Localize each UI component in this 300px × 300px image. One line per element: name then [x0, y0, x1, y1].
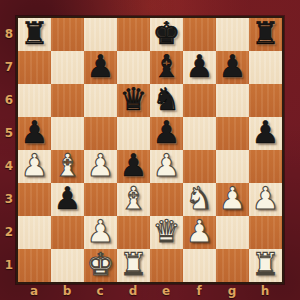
square-h6[interactable]	[249, 84, 282, 117]
square-e3[interactable]	[150, 183, 183, 216]
square-a5[interactable]: ♟	[18, 117, 51, 150]
square-a2[interactable]	[18, 216, 51, 249]
piece-black-pawn[interactable]: ♟	[120, 149, 148, 182]
rank-label-2: 2	[2, 225, 16, 239]
piece-black-rook[interactable]: ♜	[21, 17, 49, 50]
square-c2[interactable]: ♟	[84, 216, 117, 249]
piece-black-queen[interactable]: ♛	[120, 83, 148, 116]
square-f7[interactable]: ♟	[183, 51, 216, 84]
square-d3[interactable]: ♝	[117, 183, 150, 216]
square-h3[interactable]: ♟	[249, 183, 282, 216]
piece-black-pawn[interactable]: ♟	[252, 116, 280, 149]
piece-white-bishop[interactable]: ♝	[120, 182, 148, 215]
piece-black-king[interactable]: ♚	[153, 17, 181, 50]
square-c1[interactable]: ♚	[84, 249, 117, 282]
piece-white-pawn[interactable]: ♟	[87, 149, 115, 182]
square-a7[interactable]	[18, 51, 51, 84]
square-c8[interactable]	[84, 18, 117, 51]
rank-label-6: 6	[2, 93, 16, 107]
square-b4[interactable]: ♝	[51, 150, 84, 183]
square-b7[interactable]	[51, 51, 84, 84]
square-a1[interactable]	[18, 249, 51, 282]
piece-black-bishop[interactable]: ♝	[153, 50, 181, 83]
square-e2[interactable]: ♛	[150, 216, 183, 249]
square-h7[interactable]	[249, 51, 282, 84]
square-c7[interactable]: ♟	[84, 51, 117, 84]
square-d6[interactable]: ♛	[117, 84, 150, 117]
square-d5[interactable]	[117, 117, 150, 150]
piece-white-pawn[interactable]: ♟	[21, 149, 49, 182]
square-h5[interactable]: ♟	[249, 117, 282, 150]
square-f6[interactable]	[183, 84, 216, 117]
file-label-g: g	[225, 284, 239, 298]
rank-label-5: 5	[2, 126, 16, 140]
square-a8[interactable]: ♜	[18, 18, 51, 51]
square-e7[interactable]: ♝	[150, 51, 183, 84]
square-h1[interactable]: ♜	[249, 249, 282, 282]
piece-white-pawn[interactable]: ♟	[87, 215, 115, 248]
piece-black-pawn[interactable]: ♟	[219, 50, 247, 83]
square-c6[interactable]	[84, 84, 117, 117]
rank-label-7: 7	[2, 60, 16, 74]
square-f3[interactable]: ♞	[183, 183, 216, 216]
square-f2[interactable]: ♟	[183, 216, 216, 249]
rank-label-8: 8	[2, 27, 16, 41]
square-d7[interactable]	[117, 51, 150, 84]
square-b2[interactable]	[51, 216, 84, 249]
file-label-a: a	[27, 284, 41, 298]
square-c4[interactable]: ♟	[84, 150, 117, 183]
piece-black-knight[interactable]: ♞	[153, 83, 181, 116]
square-d2[interactable]	[117, 216, 150, 249]
file-label-c: c	[93, 284, 107, 298]
piece-white-rook[interactable]: ♜	[120, 248, 148, 281]
square-g5[interactable]	[216, 117, 249, 150]
square-g8[interactable]	[216, 18, 249, 51]
square-c5[interactable]	[84, 117, 117, 150]
piece-white-rook[interactable]: ♜	[252, 248, 280, 281]
square-g1[interactable]	[216, 249, 249, 282]
square-d1[interactable]: ♜	[117, 249, 150, 282]
square-e5[interactable]: ♟	[150, 117, 183, 150]
square-a3[interactable]	[18, 183, 51, 216]
square-h8[interactable]: ♜	[249, 18, 282, 51]
square-h2[interactable]	[249, 216, 282, 249]
chess-diagram: ♜♚♜♟♝♟♟♛♞♟♟♟♟♝♟♟♟♟♝♞♟♟♟♛♟♚♜♜ 87654321abc…	[0, 0, 300, 300]
square-c3[interactable]	[84, 183, 117, 216]
square-g3[interactable]: ♟	[216, 183, 249, 216]
piece-white-knight[interactable]: ♞	[186, 182, 214, 215]
file-label-f: f	[192, 284, 206, 298]
square-e1[interactable]	[150, 249, 183, 282]
square-g4[interactable]	[216, 150, 249, 183]
square-f5[interactable]	[183, 117, 216, 150]
piece-black-pawn[interactable]: ♟	[54, 182, 82, 215]
square-a6[interactable]	[18, 84, 51, 117]
square-d8[interactable]	[117, 18, 150, 51]
piece-white-pawn[interactable]: ♟	[219, 182, 247, 215]
piece-white-pawn[interactable]: ♟	[186, 215, 214, 248]
square-e8[interactable]: ♚	[150, 18, 183, 51]
square-e6[interactable]: ♞	[150, 84, 183, 117]
piece-white-pawn[interactable]: ♟	[252, 182, 280, 215]
square-f1[interactable]	[183, 249, 216, 282]
square-a4[interactable]: ♟	[18, 150, 51, 183]
piece-white-pawn[interactable]: ♟	[153, 149, 181, 182]
square-b5[interactable]	[51, 117, 84, 150]
square-e4[interactable]: ♟	[150, 150, 183, 183]
square-b8[interactable]	[51, 18, 84, 51]
square-g7[interactable]: ♟	[216, 51, 249, 84]
piece-white-bishop[interactable]: ♝	[54, 149, 82, 182]
piece-black-pawn[interactable]: ♟	[153, 116, 181, 149]
square-f8[interactable]	[183, 18, 216, 51]
file-label-b: b	[60, 284, 74, 298]
piece-black-pawn[interactable]: ♟	[186, 50, 214, 83]
square-g2[interactable]	[216, 216, 249, 249]
square-d4[interactable]: ♟	[117, 150, 150, 183]
square-g6[interactable]	[216, 84, 249, 117]
piece-white-queen[interactable]: ♛	[153, 215, 181, 248]
file-label-h: h	[258, 284, 272, 298]
piece-white-king[interactable]: ♚	[87, 248, 115, 281]
file-label-e: e	[159, 284, 173, 298]
square-b3[interactable]: ♟	[51, 183, 84, 216]
rank-label-3: 3	[2, 192, 16, 206]
piece-black-pawn[interactable]: ♟	[21, 116, 49, 149]
chess-board[interactable]: ♜♚♜♟♝♟♟♛♞♟♟♟♟♝♟♟♟♟♝♞♟♟♟♛♟♚♜♜	[18, 18, 282, 282]
rank-label-4: 4	[2, 159, 16, 173]
piece-black-rook[interactable]: ♜	[252, 17, 280, 50]
square-b6[interactable]	[51, 84, 84, 117]
piece-black-pawn[interactable]: ♟	[87, 50, 115, 83]
square-f4[interactable]	[183, 150, 216, 183]
rank-label-1: 1	[2, 258, 16, 272]
file-label-d: d	[126, 284, 140, 298]
square-b1[interactable]	[51, 249, 84, 282]
square-h4[interactable]	[249, 150, 282, 183]
